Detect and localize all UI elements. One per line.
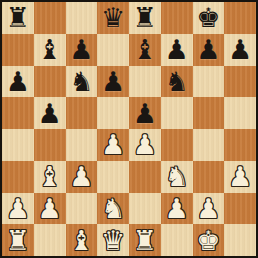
square-c6[interactable]: ♞ xyxy=(66,66,98,98)
white-pawn: ♟ xyxy=(6,193,30,224)
square-b4[interactable] xyxy=(34,129,66,161)
square-h7[interactable]: ♟ xyxy=(224,34,256,66)
square-b8[interactable] xyxy=(34,2,66,34)
white-pawn: ♟ xyxy=(133,129,157,160)
black-pawn: ♟ xyxy=(6,66,30,97)
square-b5[interactable]: ♟ xyxy=(34,97,66,129)
black-bishop: ♝ xyxy=(38,34,62,65)
square-f6[interactable]: ♞ xyxy=(161,66,193,98)
square-d1[interactable]: ♛ xyxy=(97,224,129,256)
black-king: ♚ xyxy=(196,2,220,33)
square-b1[interactable] xyxy=(34,224,66,256)
white-pawn: ♟ xyxy=(101,129,125,160)
square-c3[interactable]: ♟ xyxy=(66,161,98,193)
white-bishop: ♝ xyxy=(38,161,62,192)
black-rook: ♜ xyxy=(6,2,30,33)
square-a5[interactable] xyxy=(2,97,34,129)
square-f4[interactable] xyxy=(161,129,193,161)
black-pawn: ♟ xyxy=(228,34,252,65)
square-d2[interactable]: ♞ xyxy=(97,193,129,225)
square-e1[interactable]: ♜ xyxy=(129,224,161,256)
white-pawn: ♟ xyxy=(38,193,62,224)
square-a6[interactable]: ♟ xyxy=(2,66,34,98)
square-c8[interactable] xyxy=(66,2,98,34)
square-d5[interactable] xyxy=(97,97,129,129)
white-bishop: ♝ xyxy=(69,225,93,256)
square-h3[interactable]: ♟ xyxy=(224,161,256,193)
square-h8[interactable] xyxy=(224,2,256,34)
square-f5[interactable] xyxy=(161,97,193,129)
white-knight: ♞ xyxy=(165,161,189,192)
square-e6[interactable] xyxy=(129,66,161,98)
white-pawn: ♟ xyxy=(196,193,220,224)
square-f3[interactable]: ♞ xyxy=(161,161,193,193)
square-d7[interactable] xyxy=(97,34,129,66)
black-bishop: ♝ xyxy=(133,34,157,65)
black-pawn: ♟ xyxy=(165,34,189,65)
square-b6[interactable] xyxy=(34,66,66,98)
black-queen: ♛ xyxy=(101,2,125,33)
square-c1[interactable]: ♝ xyxy=(66,224,98,256)
square-h5[interactable] xyxy=(224,97,256,129)
square-a4[interactable] xyxy=(2,129,34,161)
square-e8[interactable]: ♜ xyxy=(129,2,161,34)
black-pawn: ♟ xyxy=(101,66,125,97)
black-pawn: ♟ xyxy=(133,98,157,129)
white-knight: ♞ xyxy=(101,193,125,224)
black-pawn: ♟ xyxy=(38,98,62,129)
square-a7[interactable] xyxy=(2,34,34,66)
square-e4[interactable]: ♟ xyxy=(129,129,161,161)
white-queen: ♛ xyxy=(101,225,125,256)
square-e7[interactable]: ♝ xyxy=(129,34,161,66)
black-pawn: ♟ xyxy=(196,34,220,65)
square-h4[interactable] xyxy=(224,129,256,161)
white-pawn: ♟ xyxy=(165,193,189,224)
black-knight: ♞ xyxy=(165,66,189,97)
square-h6[interactable] xyxy=(224,66,256,98)
square-a2[interactable]: ♟ xyxy=(2,193,34,225)
square-f2[interactable]: ♟ xyxy=(161,193,193,225)
square-e2[interactable] xyxy=(129,193,161,225)
square-g4[interactable] xyxy=(193,129,225,161)
square-b2[interactable]: ♟ xyxy=(34,193,66,225)
square-g5[interactable] xyxy=(193,97,225,129)
square-g2[interactable]: ♟ xyxy=(193,193,225,225)
board-grid: ♜♛♜♚♝♟♝♟♟♟♟♞♟♞♟♟♟♟♝♟♞♟♟♟♞♟♟♜♝♛♜♚ xyxy=(2,2,256,256)
square-b3[interactable]: ♝ xyxy=(34,161,66,193)
square-a3[interactable] xyxy=(2,161,34,193)
square-d3[interactable] xyxy=(97,161,129,193)
square-a8[interactable]: ♜ xyxy=(2,2,34,34)
square-f8[interactable] xyxy=(161,2,193,34)
white-pawn: ♟ xyxy=(69,161,93,192)
white-king: ♚ xyxy=(196,225,220,256)
white-rook: ♜ xyxy=(133,225,157,256)
square-f1[interactable] xyxy=(161,224,193,256)
square-h1[interactable] xyxy=(224,224,256,256)
square-c5[interactable] xyxy=(66,97,98,129)
square-h2[interactable] xyxy=(224,193,256,225)
white-pawn: ♟ xyxy=(228,161,252,192)
square-c7[interactable]: ♟ xyxy=(66,34,98,66)
square-b7[interactable]: ♝ xyxy=(34,34,66,66)
square-g1[interactable]: ♚ xyxy=(193,224,225,256)
square-d4[interactable]: ♟ xyxy=(97,129,129,161)
chess-board: ♜♛♜♚♝♟♝♟♟♟♟♞♟♞♟♟♟♟♝♟♞♟♟♟♞♟♟♜♝♛♜♚ xyxy=(0,0,258,258)
square-g7[interactable]: ♟ xyxy=(193,34,225,66)
square-g3[interactable] xyxy=(193,161,225,193)
square-g6[interactable] xyxy=(193,66,225,98)
square-f7[interactable]: ♟ xyxy=(161,34,193,66)
black-knight: ♞ xyxy=(69,66,93,97)
square-a1[interactable]: ♜ xyxy=(2,224,34,256)
square-c4[interactable] xyxy=(66,129,98,161)
square-c2[interactable] xyxy=(66,193,98,225)
black-pawn: ♟ xyxy=(69,34,93,65)
black-rook: ♜ xyxy=(133,2,157,33)
square-d6[interactable]: ♟ xyxy=(97,66,129,98)
square-g8[interactable]: ♚ xyxy=(193,2,225,34)
white-rook: ♜ xyxy=(6,225,30,256)
square-d8[interactable]: ♛ xyxy=(97,2,129,34)
square-e5[interactable]: ♟ xyxy=(129,97,161,129)
square-e3[interactable] xyxy=(129,161,161,193)
